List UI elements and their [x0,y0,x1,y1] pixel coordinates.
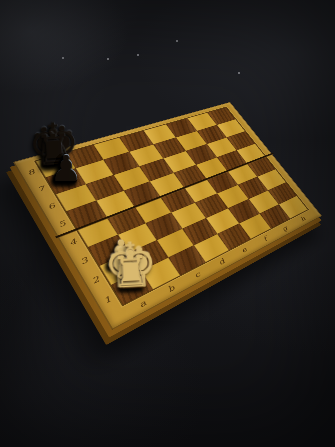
pieces-layer: ♜♞♝♛♚♝♞♜♟♟♟♟♟♟♟♟♟♟♟♟♟♟♟♟♜♞♝♛♚♝♞♜ [0,0,335,447]
piece-black-pawn[interactable]: ♟ [50,151,82,187]
photo-scene: 87654321 abcdefgh ♜♞♝♛♚♝♞♜♟♟♟♟♟♟♟♟♟♟♟♟♟♟… [0,0,335,447]
piece-white-rook[interactable]: ♜ [110,250,151,295]
